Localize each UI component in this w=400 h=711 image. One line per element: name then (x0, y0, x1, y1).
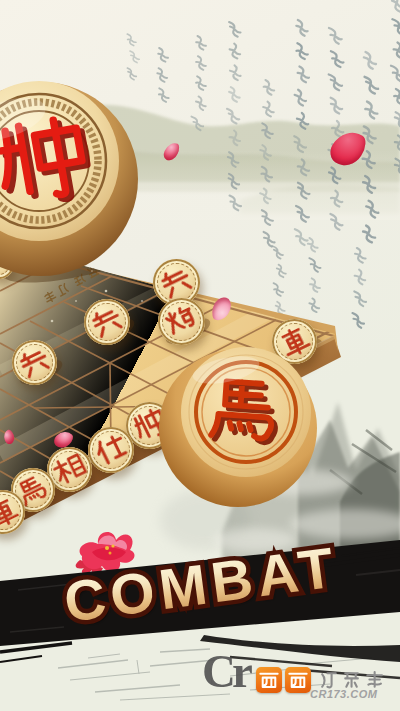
watermark-tile-xi-2 (285, 667, 311, 693)
watermark-logo-cr: Cr (202, 644, 249, 698)
watermark: Cr CR173.COM (198, 648, 400, 708)
watermark-url[interactable]: CR173.COM (310, 688, 377, 700)
watermark-tile-xi-1 (256, 667, 282, 693)
splash-screen: COMBAT COMBAT Cr CR173.COM (0, 0, 400, 711)
